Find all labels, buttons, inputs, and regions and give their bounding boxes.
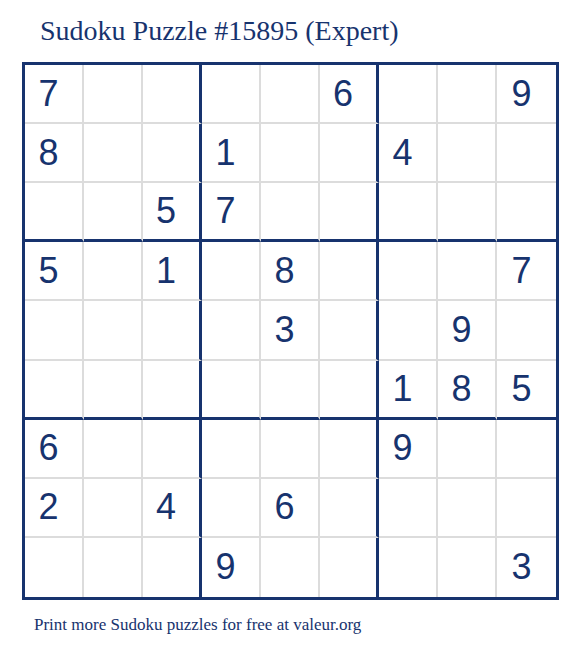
cell-r5c5[interactable]: 3 <box>261 301 320 360</box>
cell-r4c7[interactable] <box>379 242 438 301</box>
cell-r4c2[interactable] <box>84 242 143 301</box>
cell-r2c4[interactable]: 1 <box>202 124 261 183</box>
cell-r9c5[interactable] <box>261 538 320 597</box>
sudoku-board: 769814575187391856924693 <box>22 62 559 600</box>
given-digit: 6 <box>274 489 294 525</box>
cell-r8c7[interactable] <box>379 479 438 538</box>
cell-r2c3[interactable] <box>143 124 202 183</box>
cell-r7c7[interactable]: 9 <box>379 420 438 479</box>
cell-r2c5[interactable] <box>261 124 320 183</box>
page-title: Sudoku Puzzle #15895 (Expert) <box>40 12 399 50</box>
cell-r1c8[interactable] <box>438 65 497 124</box>
given-digit: 5 <box>156 193 176 229</box>
given-digit: 6 <box>38 430 58 466</box>
cell-r1c6[interactable]: 6 <box>320 65 379 124</box>
cell-r8c1[interactable]: 2 <box>25 479 84 538</box>
cell-r9c9[interactable]: 3 <box>497 538 556 597</box>
cell-r7c5[interactable] <box>261 420 320 479</box>
cell-r2c6[interactable] <box>320 124 379 183</box>
cell-r6c6[interactable] <box>320 361 379 420</box>
cell-r8c3[interactable]: 4 <box>143 479 202 538</box>
cell-r8c4[interactable] <box>202 479 261 538</box>
cell-r7c1[interactable]: 6 <box>25 420 84 479</box>
cell-r3c4[interactable]: 7 <box>202 183 261 242</box>
cell-r6c3[interactable] <box>143 361 202 420</box>
cell-r4c9[interactable]: 7 <box>497 242 556 301</box>
given-digit: 3 <box>511 549 531 585</box>
given-digit: 4 <box>156 489 176 525</box>
footer-text: Print more Sudoku puzzles for free at va… <box>34 613 361 637</box>
cell-r3c6[interactable] <box>320 183 379 242</box>
cell-r8c2[interactable] <box>84 479 143 538</box>
cell-r9c8[interactable] <box>438 538 497 597</box>
cell-r7c3[interactable] <box>143 420 202 479</box>
cell-r3c3[interactable]: 5 <box>143 183 202 242</box>
cell-r6c7[interactable]: 1 <box>379 361 438 420</box>
cell-r1c5[interactable] <box>261 65 320 124</box>
cell-r9c6[interactable] <box>320 538 379 597</box>
cell-r5c3[interactable] <box>143 301 202 360</box>
cell-r5c4[interactable] <box>202 301 261 360</box>
cell-r6c2[interactable] <box>84 361 143 420</box>
cell-r5c2[interactable] <box>84 301 143 360</box>
given-digit: 4 <box>392 135 412 171</box>
given-digit: 7 <box>511 253 531 289</box>
cell-r3c5[interactable] <box>261 183 320 242</box>
cell-r9c1[interactable] <box>25 538 84 597</box>
cell-r7c6[interactable] <box>320 420 379 479</box>
cell-r7c4[interactable] <box>202 420 261 479</box>
given-digit: 5 <box>511 371 531 407</box>
cell-r8c5[interactable]: 6 <box>261 479 320 538</box>
cell-r9c2[interactable] <box>84 538 143 597</box>
cell-r4c5[interactable]: 8 <box>261 242 320 301</box>
cell-r3c9[interactable] <box>497 183 556 242</box>
given-digit: 8 <box>274 253 294 289</box>
cell-r2c2[interactable] <box>84 124 143 183</box>
cell-r9c4[interactable]: 9 <box>202 538 261 597</box>
cell-r6c4[interactable] <box>202 361 261 420</box>
cell-r1c3[interactable] <box>143 65 202 124</box>
cell-r7c2[interactable] <box>84 420 143 479</box>
given-digit: 8 <box>38 135 58 171</box>
cell-r8c6[interactable] <box>320 479 379 538</box>
cell-r1c4[interactable] <box>202 65 261 124</box>
given-digit: 8 <box>451 371 471 407</box>
given-digit: 3 <box>274 312 294 348</box>
given-digit: 6 <box>333 76 353 112</box>
cell-r5c8[interactable]: 9 <box>438 301 497 360</box>
cell-r4c1[interactable]: 5 <box>25 242 84 301</box>
cell-r1c7[interactable] <box>379 65 438 124</box>
cell-r7c8[interactable] <box>438 420 497 479</box>
cell-r1c1[interactable]: 7 <box>25 65 84 124</box>
given-digit: 5 <box>38 253 58 289</box>
cell-r2c7[interactable]: 4 <box>379 124 438 183</box>
cell-r8c8[interactable] <box>438 479 497 538</box>
sudoku-page: Sudoku Puzzle #15895 (Expert) 7698145751… <box>0 0 580 651</box>
cell-r5c7[interactable] <box>379 301 438 360</box>
cell-r4c4[interactable] <box>202 242 261 301</box>
given-digit: 9 <box>392 430 412 466</box>
given-digit: 7 <box>215 193 235 229</box>
cell-r3c7[interactable] <box>379 183 438 242</box>
cell-r6c9[interactable]: 5 <box>497 361 556 420</box>
given-digit: 1 <box>215 135 235 171</box>
cell-r2c1[interactable]: 8 <box>25 124 84 183</box>
cell-r5c1[interactable] <box>25 301 84 360</box>
cell-r8c9[interactable] <box>497 479 556 538</box>
cell-r9c3[interactable] <box>143 538 202 597</box>
given-digit: 9 <box>451 312 471 348</box>
given-digit: 9 <box>511 76 531 112</box>
cell-r2c9[interactable] <box>497 124 556 183</box>
cell-r9c7[interactable] <box>379 538 438 597</box>
cell-r6c5[interactable] <box>261 361 320 420</box>
cell-r4c8[interactable] <box>438 242 497 301</box>
cell-r1c2[interactable] <box>84 65 143 124</box>
cell-r3c8[interactable] <box>438 183 497 242</box>
cell-r3c1[interactable] <box>25 183 84 242</box>
cell-r4c3[interactable]: 1 <box>143 242 202 301</box>
cell-r6c8[interactable]: 8 <box>438 361 497 420</box>
given-digit: 1 <box>392 371 412 407</box>
cell-r7c9[interactable] <box>497 420 556 479</box>
given-digit: 9 <box>215 549 235 585</box>
cell-r5c9[interactable] <box>497 301 556 360</box>
cell-r1c9[interactable]: 9 <box>497 65 556 124</box>
cell-r2c8[interactable] <box>438 124 497 183</box>
cell-r4c6[interactable] <box>320 242 379 301</box>
cell-r6c1[interactable] <box>25 361 84 420</box>
cell-r3c2[interactable] <box>84 183 143 242</box>
given-digit: 7 <box>38 76 58 112</box>
cell-r5c6[interactable] <box>320 301 379 360</box>
given-digit: 1 <box>156 253 176 289</box>
given-digit: 2 <box>38 489 58 525</box>
